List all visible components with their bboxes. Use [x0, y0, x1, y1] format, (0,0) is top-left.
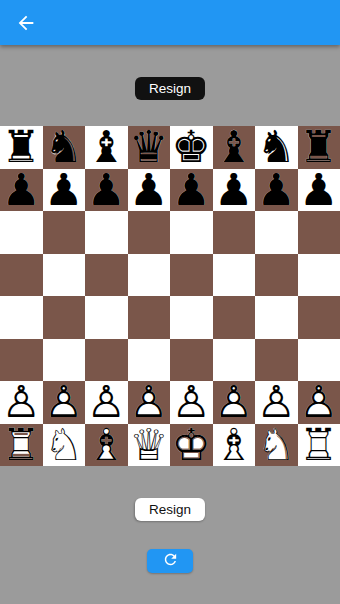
square-e7[interactable]: ♙♟︎ [170, 169, 213, 212]
piece-glyph-underlay: ♙ [85, 169, 128, 212]
square-a2[interactable]: ♟︎♙ [0, 381, 43, 424]
piece-glyph: ♚ [170, 126, 213, 169]
square-c1[interactable]: ♝♗ [85, 424, 128, 467]
piece-black-queen[interactable]: ♕♛ [128, 126, 171, 169]
square-b8[interactable]: ♘♞ [43, 126, 86, 169]
square-c4[interactable] [85, 296, 128, 339]
piece-black-pawn[interactable]: ♙♟︎ [0, 169, 43, 212]
piece-glyph-underlay: ♟︎ [255, 381, 298, 424]
square-f5[interactable] [213, 254, 256, 297]
piece-glyph-underlay: ♘ [43, 126, 86, 169]
piece-black-rook[interactable]: ♖♜ [298, 126, 340, 169]
piece-glyph: ♙ [128, 381, 171, 424]
piece-black-knight[interactable]: ♘♞ [43, 126, 86, 169]
square-c7[interactable]: ♙♟︎ [85, 169, 128, 212]
piece-glyph: ♙ [170, 381, 213, 424]
square-f7[interactable]: ♙♟︎ [213, 169, 256, 212]
square-b3[interactable] [43, 339, 86, 382]
piece-black-knight[interactable]: ♘♞ [255, 126, 298, 169]
piece-glyph: ♘ [43, 424, 86, 467]
piece-glyph-underlay: ♙ [128, 169, 171, 212]
piece-glyph: ♜ [298, 126, 340, 169]
square-h8[interactable]: ♖♜ [298, 126, 340, 169]
piece-glyph-underlay: ♟︎ [128, 381, 171, 424]
square-g3[interactable] [255, 339, 298, 382]
piece-glyph: ♟︎ [213, 169, 256, 212]
piece-glyph: ♝ [213, 126, 256, 169]
screen: Resign ♖♜♘♞♗♝♕♛♔♚♗♝♘♞♖♜♙♟︎♙♟︎♙♟︎♙♟︎♙♟︎♙♟… [0, 0, 340, 604]
piece-glyph: ♙ [255, 381, 298, 424]
piece-glyph: ♖ [298, 424, 340, 467]
square-d7[interactable]: ♙♟︎ [128, 169, 171, 212]
square-e4[interactable] [170, 296, 213, 339]
refresh-button[interactable] [147, 549, 193, 573]
square-a7[interactable]: ♙♟︎ [0, 169, 43, 212]
piece-glyph: ♝ [85, 126, 128, 169]
square-a1[interactable]: ♜♖ [0, 424, 43, 467]
piece-white-knight[interactable]: ♞♘ [43, 424, 86, 467]
app-bar [0, 0, 340, 45]
piece-black-bishop[interactable]: ♗♝ [213, 126, 256, 169]
square-h3[interactable] [298, 339, 340, 382]
square-f2[interactable]: ♟︎♙ [213, 381, 256, 424]
piece-glyph-underlay: ♟︎ [43, 381, 86, 424]
piece-white-rook[interactable]: ♜♖ [298, 424, 340, 467]
resign-button-bottom[interactable]: Resign [135, 498, 205, 521]
piece-glyph-underlay: ♝ [85, 424, 128, 467]
square-c3[interactable] [85, 339, 128, 382]
piece-glyph: ♙ [85, 381, 128, 424]
square-b1[interactable]: ♞♘ [43, 424, 86, 467]
piece-glyph-underlay: ♗ [213, 126, 256, 169]
square-b7[interactable]: ♙♟︎ [43, 169, 86, 212]
piece-glyph: ♟︎ [85, 169, 128, 212]
square-e3[interactable] [170, 339, 213, 382]
piece-glyph-underlay: ♟︎ [213, 381, 256, 424]
piece-white-pawn[interactable]: ♟︎♙ [170, 381, 213, 424]
square-e8[interactable]: ♔♚ [170, 126, 213, 169]
square-d2[interactable]: ♟︎♙ [128, 381, 171, 424]
piece-black-pawn[interactable]: ♙♟︎ [43, 169, 86, 212]
piece-white-pawn[interactable]: ♟︎♙ [85, 381, 128, 424]
square-f6[interactable] [213, 211, 256, 254]
piece-white-pawn[interactable]: ♟︎♙ [255, 381, 298, 424]
piece-white-bishop[interactable]: ♝♗ [85, 424, 128, 467]
square-e5[interactable] [170, 254, 213, 297]
square-h5[interactable] [298, 254, 340, 297]
square-b5[interactable] [43, 254, 86, 297]
back-button[interactable] [6, 3, 46, 43]
piece-black-bishop[interactable]: ♗♝ [85, 126, 128, 169]
piece-glyph-underlay: ♙ [43, 169, 86, 212]
piece-black-pawn[interactable]: ♙♟︎ [255, 169, 298, 212]
piece-glyph: ♟︎ [255, 169, 298, 212]
square-g8[interactable]: ♘♞ [255, 126, 298, 169]
square-d5[interactable] [128, 254, 171, 297]
piece-glyph-underlay: ♞ [43, 424, 86, 467]
piece-black-pawn[interactable]: ♙♟︎ [213, 169, 256, 212]
square-c8[interactable]: ♗♝ [85, 126, 128, 169]
piece-glyph-underlay: ♜ [298, 424, 340, 467]
piece-glyph: ♟︎ [128, 169, 171, 212]
piece-glyph: ♟︎ [43, 169, 86, 212]
piece-glyph: ♘ [255, 424, 298, 467]
piece-glyph-underlay: ♜ [0, 424, 43, 467]
piece-black-king[interactable]: ♔♚ [170, 126, 213, 169]
piece-glyph: ♗ [85, 424, 128, 467]
piece-black-pawn[interactable]: ♙♟︎ [85, 169, 128, 212]
piece-glyph-underlay: ♟︎ [298, 381, 340, 424]
piece-glyph: ♗ [213, 424, 256, 467]
piece-white-pawn[interactable]: ♟︎♙ [43, 381, 86, 424]
square-e1[interactable]: ♚♔ [170, 424, 213, 467]
square-b2[interactable]: ♟︎♙ [43, 381, 86, 424]
piece-glyph-underlay: ♙ [298, 169, 340, 212]
piece-black-pawn[interactable]: ♙♟︎ [128, 169, 171, 212]
piece-glyph-underlay: ♟︎ [85, 381, 128, 424]
square-d4[interactable] [128, 296, 171, 339]
square-f1[interactable]: ♝♗ [213, 424, 256, 467]
piece-white-pawn[interactable]: ♟︎♙ [128, 381, 171, 424]
square-f3[interactable] [213, 339, 256, 382]
piece-white-king[interactable]: ♚♔ [170, 424, 213, 467]
chess-board: ♖♜♘♞♗♝♕♛♔♚♗♝♘♞♖♜♙♟︎♙♟︎♙♟︎♙♟︎♙♟︎♙♟︎♙♟︎♙♟︎… [0, 126, 340, 466]
square-h7[interactable]: ♙♟︎ [298, 169, 340, 212]
piece-glyph-underlay: ♗ [85, 126, 128, 169]
piece-black-pawn[interactable]: ♙♟︎ [170, 169, 213, 212]
piece-white-knight[interactable]: ♞♘ [255, 424, 298, 467]
piece-glyph: ♟︎ [298, 169, 340, 212]
square-a5[interactable] [0, 254, 43, 297]
square-a4[interactable] [0, 296, 43, 339]
square-c6[interactable] [85, 211, 128, 254]
square-b4[interactable] [43, 296, 86, 339]
piece-glyph: ♟︎ [0, 169, 43, 212]
piece-white-queen[interactable]: ♛♕ [128, 424, 171, 467]
piece-glyph-underlay: ♝ [213, 424, 256, 467]
square-d3[interactable] [128, 339, 171, 382]
piece-glyph: ♛ [128, 126, 171, 169]
square-c5[interactable] [85, 254, 128, 297]
piece-black-pawn[interactable]: ♙♟︎ [298, 169, 340, 212]
square-d1[interactable]: ♛♕ [128, 424, 171, 467]
piece-glyph-underlay: ♖ [298, 126, 340, 169]
square-g2[interactable]: ♟︎♙ [255, 381, 298, 424]
square-a3[interactable] [0, 339, 43, 382]
square-e2[interactable]: ♟︎♙ [170, 381, 213, 424]
piece-glyph-underlay: ♔ [170, 126, 213, 169]
square-c2[interactable]: ♟︎♙ [85, 381, 128, 424]
piece-glyph-underlay: ♙ [170, 169, 213, 212]
square-b6[interactable] [43, 211, 86, 254]
piece-white-pawn[interactable]: ♟︎♙ [298, 381, 340, 424]
piece-white-pawn[interactable]: ♟︎♙ [213, 381, 256, 424]
square-g7[interactable]: ♙♟︎ [255, 169, 298, 212]
piece-glyph-underlay: ♞ [255, 424, 298, 467]
piece-glyph: ♙ [298, 381, 340, 424]
piece-glyph: ♔ [170, 424, 213, 467]
piece-white-rook[interactable]: ♜♖ [0, 424, 43, 467]
piece-glyph: ♙ [0, 381, 43, 424]
piece-glyph-underlay: ♙ [255, 169, 298, 212]
piece-glyph: ♟︎ [170, 169, 213, 212]
refresh-icon [162, 551, 179, 571]
piece-glyph-underlay: ♙ [213, 169, 256, 212]
square-a8[interactable]: ♖♜ [0, 126, 43, 169]
square-d8[interactable]: ♕♛ [128, 126, 171, 169]
piece-glyph: ♕ [128, 424, 171, 467]
square-h6[interactable] [298, 211, 340, 254]
piece-glyph: ♖ [0, 424, 43, 467]
piece-glyph-underlay: ♙ [0, 169, 43, 212]
piece-glyph-underlay: ♛ [128, 424, 171, 467]
square-g6[interactable] [255, 211, 298, 254]
piece-glyph: ♙ [43, 381, 86, 424]
piece-glyph-underlay: ♟︎ [170, 381, 213, 424]
piece-glyph: ♞ [255, 126, 298, 169]
square-h4[interactable] [298, 296, 340, 339]
piece-glyph-underlay: ♕ [128, 126, 171, 169]
piece-white-bishop[interactable]: ♝♗ [213, 424, 256, 467]
piece-white-pawn[interactable]: ♟︎♙ [0, 381, 43, 424]
square-f8[interactable]: ♗♝ [213, 126, 256, 169]
back-arrow-icon [15, 12, 37, 34]
square-a6[interactable] [0, 211, 43, 254]
piece-glyph: ♜ [0, 126, 43, 169]
resign-button-top[interactable]: Resign [135, 77, 205, 100]
piece-glyph-underlay: ♖ [0, 126, 43, 169]
square-f4[interactable] [213, 296, 256, 339]
square-d6[interactable] [128, 211, 171, 254]
square-g4[interactable] [255, 296, 298, 339]
piece-glyph-underlay: ♟︎ [0, 381, 43, 424]
piece-glyph-underlay: ♚ [170, 424, 213, 467]
square-h1[interactable]: ♜♖ [298, 424, 340, 467]
piece-glyph-underlay: ♘ [255, 126, 298, 169]
piece-glyph: ♞ [43, 126, 86, 169]
square-g5[interactable] [255, 254, 298, 297]
square-h2[interactable]: ♟︎♙ [298, 381, 340, 424]
piece-glyph: ♙ [213, 381, 256, 424]
square-g1[interactable]: ♞♘ [255, 424, 298, 467]
square-e6[interactable] [170, 211, 213, 254]
piece-black-rook[interactable]: ♖♜ [0, 126, 43, 169]
